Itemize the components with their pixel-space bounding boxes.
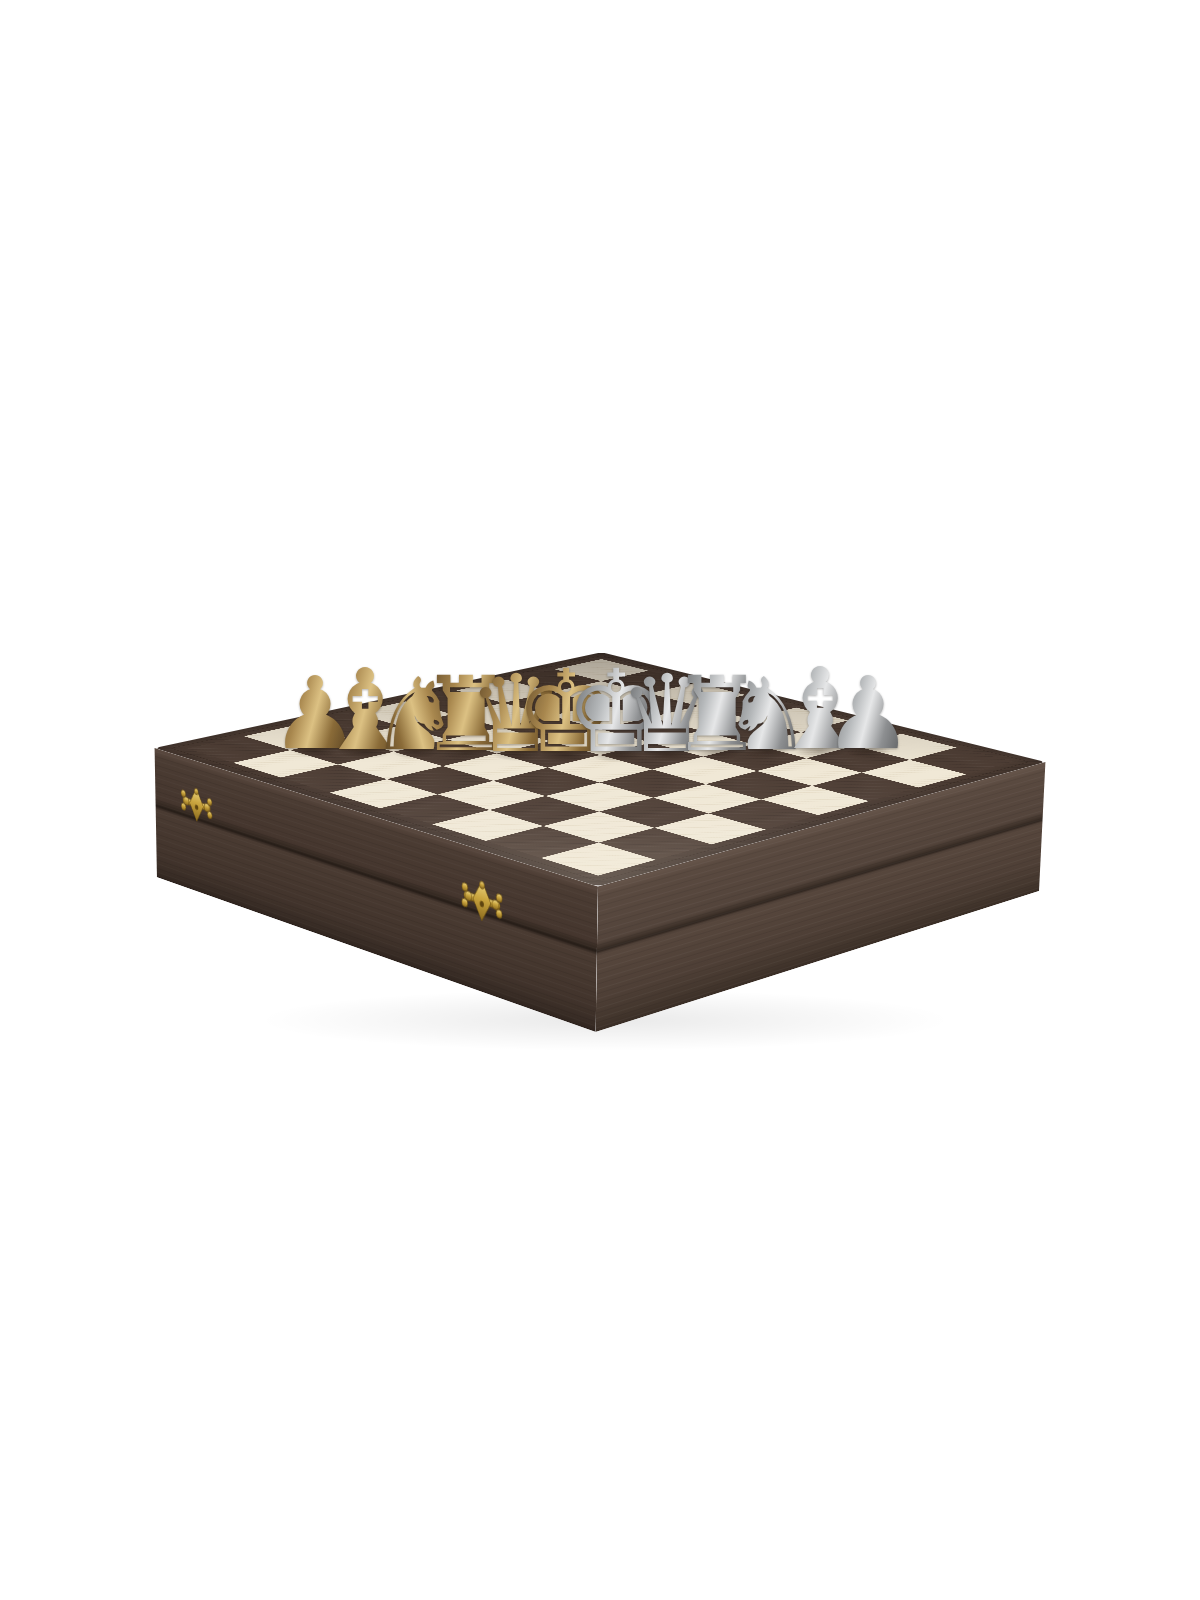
board-square [653, 784, 761, 813]
board-square [486, 826, 599, 858]
board-square [706, 771, 812, 799]
board-square [543, 812, 654, 843]
board-square [545, 783, 653, 812]
silver-pawn-piece[interactable]: ♟ [823, 664, 913, 764]
brass-clasp[interactable] [179, 777, 214, 833]
board-square [812, 773, 918, 801]
board-square [541, 843, 656, 876]
board-square [330, 779, 438, 808]
board-square [490, 796, 599, 826]
board-square [438, 781, 546, 810]
board-square [599, 798, 708, 828]
board-square [599, 828, 712, 860]
board-square [654, 813, 765, 844]
board-square [709, 799, 818, 829]
brass-clasp[interactable] [459, 869, 504, 934]
product-photo: ♟♝♞♜♛♚♚♛♜♞♝♟ [0, 0, 1200, 1600]
board-square [380, 794, 489, 824]
board-square [432, 810, 543, 841]
board-square [761, 786, 869, 815]
